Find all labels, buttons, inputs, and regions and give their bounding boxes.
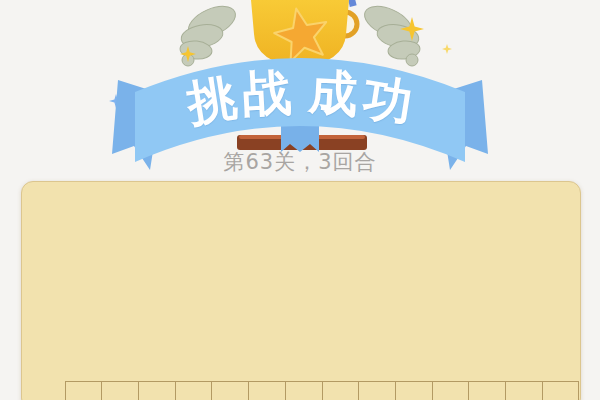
grid-line: [395, 381, 396, 400]
grid-line: [248, 381, 249, 400]
grid-line: [65, 381, 580, 382]
grid-line: [578, 381, 579, 400]
gomoku-board: 241: [21, 181, 581, 400]
grid-line: [358, 381, 359, 400]
board-grid: 241: [65, 381, 580, 400]
grid-line: [542, 381, 543, 400]
grid-line: [175, 381, 176, 400]
grid-line: [322, 381, 323, 400]
grid-line: [432, 381, 433, 400]
grid-line: [285, 381, 286, 400]
grid-line: [211, 381, 212, 400]
victory-screen: 挑战成功 第63关，3回合 241: [0, 0, 600, 400]
grid-line: [505, 381, 506, 400]
level-round-subtitle: 第63关，3回合: [0, 148, 600, 176]
grid-line: [101, 381, 102, 400]
grid-line: [468, 381, 469, 400]
grid-line: [138, 381, 139, 400]
sparkle-icon: [442, 44, 452, 54]
grid-line: [65, 381, 66, 400]
